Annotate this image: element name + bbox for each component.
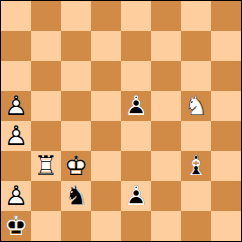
square-e7[interactable] bbox=[121, 31, 151, 61]
white-knight-g5[interactable]: ♞♘ bbox=[181, 91, 211, 121]
square-b8[interactable] bbox=[31, 1, 61, 31]
square-f5[interactable] bbox=[151, 91, 181, 121]
square-h4[interactable] bbox=[211, 121, 241, 151]
square-e3[interactable] bbox=[121, 151, 151, 181]
square-a7[interactable] bbox=[1, 31, 31, 61]
square-f7[interactable] bbox=[151, 31, 181, 61]
square-c6[interactable] bbox=[61, 61, 91, 91]
white-pawn-a2[interactable]: ♟♙ bbox=[1, 181, 31, 211]
square-e2[interactable]: ♟♙ bbox=[121, 181, 151, 211]
square-f4[interactable] bbox=[151, 121, 181, 151]
square-h5[interactable] bbox=[211, 91, 241, 121]
square-g7[interactable] bbox=[181, 31, 211, 61]
square-c7[interactable] bbox=[61, 31, 91, 61]
square-d7[interactable] bbox=[91, 31, 121, 61]
square-e4[interactable] bbox=[121, 121, 151, 151]
square-g8[interactable] bbox=[181, 1, 211, 31]
square-c8[interactable] bbox=[61, 1, 91, 31]
square-c5[interactable] bbox=[61, 91, 91, 121]
square-a8[interactable] bbox=[1, 1, 31, 31]
square-g1[interactable] bbox=[181, 211, 211, 241]
square-b7[interactable] bbox=[31, 31, 61, 61]
square-e8[interactable] bbox=[121, 1, 151, 31]
black-pawn-e2[interactable]: ♟♙ bbox=[121, 181, 151, 211]
square-b6[interactable] bbox=[31, 61, 61, 91]
square-c3[interactable]: ♚♔ bbox=[61, 151, 91, 181]
square-c4[interactable] bbox=[61, 121, 91, 151]
square-c1[interactable] bbox=[61, 211, 91, 241]
square-b5[interactable] bbox=[31, 91, 61, 121]
square-h6[interactable] bbox=[211, 61, 241, 91]
square-f2[interactable] bbox=[151, 181, 181, 211]
white-pawn-a4[interactable]: ♟♙ bbox=[1, 121, 31, 151]
square-g5[interactable]: ♞♘ bbox=[181, 91, 211, 121]
square-c2[interactable]: ♞♘ bbox=[61, 181, 91, 211]
square-g4[interactable] bbox=[181, 121, 211, 151]
square-b3[interactable]: ♜♖ bbox=[31, 151, 61, 181]
black-king-a1[interactable]: ♚♔ bbox=[1, 211, 31, 241]
square-e5[interactable]: ♟♙ bbox=[121, 91, 151, 121]
square-a5[interactable]: ♟♙ bbox=[1, 91, 31, 121]
square-f3[interactable] bbox=[151, 151, 181, 181]
square-a1[interactable]: ♚♔ bbox=[1, 211, 31, 241]
square-g3[interactable]: ♝♗ bbox=[181, 151, 211, 181]
square-f8[interactable] bbox=[151, 1, 181, 31]
black-pawn-e5[interactable]: ♟♙ bbox=[121, 91, 151, 121]
white-pawn-a5[interactable]: ♟♙ bbox=[1, 91, 31, 121]
black-bishop-g3[interactable]: ♝♗ bbox=[181, 151, 211, 181]
square-g6[interactable] bbox=[181, 61, 211, 91]
square-d3[interactable] bbox=[91, 151, 121, 181]
square-f1[interactable] bbox=[151, 211, 181, 241]
square-a6[interactable] bbox=[1, 61, 31, 91]
square-b1[interactable] bbox=[31, 211, 61, 241]
white-king-c3[interactable]: ♚♔ bbox=[61, 151, 91, 181]
square-d5[interactable] bbox=[91, 91, 121, 121]
square-h2[interactable] bbox=[211, 181, 241, 211]
square-d4[interactable] bbox=[91, 121, 121, 151]
square-e1[interactable] bbox=[121, 211, 151, 241]
square-a4[interactable]: ♟♙ bbox=[1, 121, 31, 151]
white-rook-b3[interactable]: ♜♖ bbox=[31, 151, 61, 181]
square-d8[interactable] bbox=[91, 1, 121, 31]
square-d2[interactable] bbox=[91, 181, 121, 211]
square-d6[interactable] bbox=[91, 61, 121, 91]
square-d1[interactable] bbox=[91, 211, 121, 241]
square-a3[interactable] bbox=[1, 151, 31, 181]
square-h8[interactable] bbox=[211, 1, 241, 31]
square-b4[interactable] bbox=[31, 121, 61, 151]
square-e6[interactable] bbox=[121, 61, 151, 91]
black-knight-c2[interactable]: ♞♘ bbox=[61, 181, 91, 211]
square-h3[interactable] bbox=[211, 151, 241, 181]
square-h1[interactable] bbox=[211, 211, 241, 241]
chess-board: ♟♙♟♙♞♘♟♙♜♖♚♔♝♗♟♙♞♘♟♙♚♔ bbox=[0, 0, 242, 242]
square-a2[interactable]: ♟♙ bbox=[1, 181, 31, 211]
square-b2[interactable] bbox=[31, 181, 61, 211]
square-f6[interactable] bbox=[151, 61, 181, 91]
square-g2[interactable] bbox=[181, 181, 211, 211]
square-h7[interactable] bbox=[211, 31, 241, 61]
